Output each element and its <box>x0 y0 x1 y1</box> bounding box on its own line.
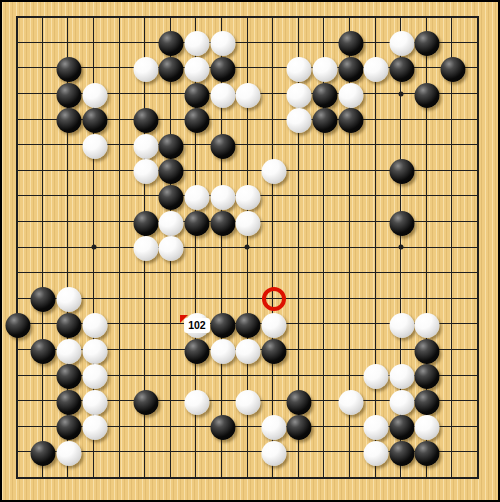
point-17-16[interactable] <box>414 388 440 414</box>
point-5-12[interactable] <box>106 286 132 312</box>
point-8-19[interactable] <box>183 465 209 491</box>
point-5-15[interactable] <box>106 362 132 388</box>
point-10-3[interactable] <box>234 55 260 81</box>
point-11-6[interactable] <box>260 132 286 158</box>
point-10-11[interactable] <box>234 260 260 286</box>
point-3-12[interactable] <box>55 286 81 312</box>
point-16-11[interactable] <box>388 260 414 286</box>
point-6-17[interactable] <box>132 414 158 440</box>
point-12-11[interactable] <box>286 260 312 286</box>
point-1-5[interactable] <box>4 106 30 132</box>
point-12-3[interactable] <box>286 55 312 81</box>
point-8-4[interactable] <box>183 81 209 107</box>
point-6-18[interactable] <box>132 439 158 465</box>
point-8-8[interactable] <box>183 183 209 209</box>
point-4-10[interactable] <box>81 234 107 260</box>
point-18-2[interactable] <box>439 30 465 56</box>
point-13-9[interactable] <box>311 209 337 235</box>
point-15-16[interactable] <box>362 388 388 414</box>
point-16-2[interactable] <box>388 30 414 56</box>
point-8-12[interactable] <box>183 286 209 312</box>
point-7-9[interactable] <box>158 209 184 235</box>
point-10-17[interactable] <box>234 414 260 440</box>
point-10-16[interactable] <box>234 388 260 414</box>
point-7-11[interactable] <box>158 260 184 286</box>
point-4-4[interactable] <box>81 81 107 107</box>
point-7-17[interactable] <box>158 414 184 440</box>
point-10-9[interactable] <box>234 209 260 235</box>
point-14-2[interactable] <box>337 30 363 56</box>
point-2-10[interactable] <box>30 234 56 260</box>
point-15-8[interactable] <box>362 183 388 209</box>
point-14-14[interactable] <box>337 337 363 363</box>
point-9-15[interactable] <box>209 362 235 388</box>
point-19-10[interactable] <box>465 234 491 260</box>
point-11-4[interactable] <box>260 81 286 107</box>
point-6-10[interactable] <box>132 234 158 260</box>
point-17-8[interactable] <box>414 183 440 209</box>
point-13-5[interactable] <box>311 106 337 132</box>
point-18-14[interactable] <box>439 337 465 363</box>
point-14-11[interactable] <box>337 260 363 286</box>
point-10-2[interactable] <box>234 30 260 56</box>
point-2-6[interactable] <box>30 132 56 158</box>
point-7-6[interactable] <box>158 132 184 158</box>
point-12-8[interactable] <box>286 183 312 209</box>
point-5-7[interactable] <box>106 158 132 184</box>
point-4-2[interactable] <box>81 30 107 56</box>
point-8-17[interactable] <box>183 414 209 440</box>
point-4-17[interactable] <box>81 414 107 440</box>
point-14-6[interactable] <box>337 132 363 158</box>
point-8-10[interactable] <box>183 234 209 260</box>
point-10-18[interactable] <box>234 439 260 465</box>
point-15-10[interactable] <box>362 234 388 260</box>
point-9-4[interactable] <box>209 81 235 107</box>
point-8-6[interactable] <box>183 132 209 158</box>
point-14-18[interactable] <box>337 439 363 465</box>
point-6-5[interactable] <box>132 106 158 132</box>
point-15-13[interactable] <box>362 311 388 337</box>
point-14-16[interactable] <box>337 388 363 414</box>
point-8-14[interactable] <box>183 337 209 363</box>
point-16-8[interactable] <box>388 183 414 209</box>
point-11-13[interactable] <box>260 311 286 337</box>
point-13-6[interactable] <box>311 132 337 158</box>
point-7-2[interactable] <box>158 30 184 56</box>
point-6-6[interactable] <box>132 132 158 158</box>
point-15-5[interactable] <box>362 106 388 132</box>
point-5-1[interactable] <box>106 4 132 30</box>
point-6-15[interactable] <box>132 362 158 388</box>
point-8-5[interactable] <box>183 106 209 132</box>
point-18-18[interactable] <box>439 439 465 465</box>
point-4-14[interactable] <box>81 337 107 363</box>
point-19-19[interactable] <box>465 465 491 491</box>
point-5-3[interactable] <box>106 55 132 81</box>
point-1-1[interactable] <box>4 4 30 30</box>
point-6-4[interactable] <box>132 81 158 107</box>
point-17-11[interactable] <box>414 260 440 286</box>
point-3-1[interactable] <box>55 4 81 30</box>
point-10-15[interactable] <box>234 362 260 388</box>
point-6-11[interactable] <box>132 260 158 286</box>
point-17-13[interactable] <box>414 311 440 337</box>
point-17-6[interactable] <box>414 132 440 158</box>
point-16-3[interactable] <box>388 55 414 81</box>
point-9-14[interactable] <box>209 337 235 363</box>
point-7-14[interactable] <box>158 337 184 363</box>
point-10-12[interactable] <box>234 286 260 312</box>
point-1-6[interactable] <box>4 132 30 158</box>
point-5-16[interactable] <box>106 388 132 414</box>
point-16-10[interactable] <box>388 234 414 260</box>
point-11-1[interactable] <box>260 4 286 30</box>
point-15-11[interactable] <box>362 260 388 286</box>
point-4-1[interactable] <box>81 4 107 30</box>
point-3-3[interactable] <box>55 55 81 81</box>
point-16-6[interactable] <box>388 132 414 158</box>
point-4-8[interactable] <box>81 183 107 209</box>
point-9-5[interactable] <box>209 106 235 132</box>
point-1-19[interactable] <box>4 465 30 491</box>
point-2-13[interactable] <box>30 311 56 337</box>
point-13-13[interactable] <box>311 311 337 337</box>
point-12-16[interactable] <box>286 388 312 414</box>
point-9-19[interactable] <box>209 465 235 491</box>
point-6-19[interactable] <box>132 465 158 491</box>
point-7-7[interactable] <box>158 158 184 184</box>
point-3-16[interactable] <box>55 388 81 414</box>
point-7-5[interactable] <box>158 106 184 132</box>
point-5-13[interactable] <box>106 311 132 337</box>
point-12-2[interactable] <box>286 30 312 56</box>
point-16-5[interactable] <box>388 106 414 132</box>
point-9-16[interactable] <box>209 388 235 414</box>
point-5-4[interactable] <box>106 81 132 107</box>
point-17-2[interactable] <box>414 30 440 56</box>
point-17-9[interactable] <box>414 209 440 235</box>
point-12-14[interactable] <box>286 337 312 363</box>
point-3-5[interactable] <box>55 106 81 132</box>
point-7-15[interactable] <box>158 362 184 388</box>
point-9-18[interactable] <box>209 439 235 465</box>
point-14-3[interactable] <box>337 55 363 81</box>
point-19-13[interactable] <box>465 311 491 337</box>
point-12-15[interactable] <box>286 362 312 388</box>
point-3-17[interactable] <box>55 414 81 440</box>
point-17-18[interactable] <box>414 439 440 465</box>
point-5-5[interactable] <box>106 106 132 132</box>
point-8-13[interactable]: 102 <box>183 311 209 337</box>
point-11-2[interactable] <box>260 30 286 56</box>
point-18-16[interactable] <box>439 388 465 414</box>
point-13-4[interactable] <box>311 81 337 107</box>
point-10-8[interactable] <box>234 183 260 209</box>
point-4-6[interactable] <box>81 132 107 158</box>
point-15-14[interactable] <box>362 337 388 363</box>
point-16-9[interactable] <box>388 209 414 235</box>
point-7-18[interactable] <box>158 439 184 465</box>
point-3-7[interactable] <box>55 158 81 184</box>
point-15-18[interactable] <box>362 439 388 465</box>
point-19-9[interactable] <box>465 209 491 235</box>
point-1-2[interactable] <box>4 30 30 56</box>
point-10-14[interactable] <box>234 337 260 363</box>
point-9-11[interactable] <box>209 260 235 286</box>
point-1-18[interactable] <box>4 439 30 465</box>
point-9-1[interactable] <box>209 4 235 30</box>
point-12-1[interactable] <box>286 4 312 30</box>
point-8-16[interactable] <box>183 388 209 414</box>
point-11-17[interactable] <box>260 414 286 440</box>
point-19-8[interactable] <box>465 183 491 209</box>
point-18-12[interactable] <box>439 286 465 312</box>
point-2-16[interactable] <box>30 388 56 414</box>
point-1-16[interactable] <box>4 388 30 414</box>
point-7-16[interactable] <box>158 388 184 414</box>
point-15-2[interactable] <box>362 30 388 56</box>
point-11-9[interactable] <box>260 209 286 235</box>
point-2-15[interactable] <box>30 362 56 388</box>
point-2-18[interactable] <box>30 439 56 465</box>
point-4-18[interactable] <box>81 439 107 465</box>
point-18-15[interactable] <box>439 362 465 388</box>
point-1-10[interactable] <box>4 234 30 260</box>
point-15-9[interactable] <box>362 209 388 235</box>
point-18-4[interactable] <box>439 81 465 107</box>
point-14-8[interactable] <box>337 183 363 209</box>
point-11-14[interactable] <box>260 337 286 363</box>
point-12-5[interactable] <box>286 106 312 132</box>
point-6-3[interactable] <box>132 55 158 81</box>
point-12-19[interactable] <box>286 465 312 491</box>
point-19-11[interactable] <box>465 260 491 286</box>
point-14-12[interactable] <box>337 286 363 312</box>
point-3-13[interactable] <box>55 311 81 337</box>
point-14-17[interactable] <box>337 414 363 440</box>
point-15-19[interactable] <box>362 465 388 491</box>
point-18-19[interactable] <box>439 465 465 491</box>
point-3-18[interactable] <box>55 439 81 465</box>
point-5-9[interactable] <box>106 209 132 235</box>
point-11-5[interactable] <box>260 106 286 132</box>
point-8-3[interactable] <box>183 55 209 81</box>
point-17-10[interactable] <box>414 234 440 260</box>
point-19-1[interactable] <box>465 4 491 30</box>
point-6-16[interactable] <box>132 388 158 414</box>
point-11-18[interactable] <box>260 439 286 465</box>
point-13-1[interactable] <box>311 4 337 30</box>
point-12-7[interactable] <box>286 158 312 184</box>
point-7-19[interactable] <box>158 465 184 491</box>
point-5-18[interactable] <box>106 439 132 465</box>
point-17-4[interactable] <box>414 81 440 107</box>
point-11-16[interactable] <box>260 388 286 414</box>
point-18-10[interactable] <box>439 234 465 260</box>
point-13-11[interactable] <box>311 260 337 286</box>
point-13-16[interactable] <box>311 388 337 414</box>
point-16-1[interactable] <box>388 4 414 30</box>
point-17-5[interactable] <box>414 106 440 132</box>
point-16-19[interactable] <box>388 465 414 491</box>
point-6-1[interactable] <box>132 4 158 30</box>
point-5-14[interactable] <box>106 337 132 363</box>
point-13-8[interactable] <box>311 183 337 209</box>
point-1-8[interactable] <box>4 183 30 209</box>
point-8-9[interactable] <box>183 209 209 235</box>
point-15-6[interactable] <box>362 132 388 158</box>
point-6-12[interactable] <box>132 286 158 312</box>
point-6-7[interactable] <box>132 158 158 184</box>
point-3-8[interactable] <box>55 183 81 209</box>
point-15-3[interactable] <box>362 55 388 81</box>
point-15-15[interactable] <box>362 362 388 388</box>
point-19-18[interactable] <box>465 439 491 465</box>
point-13-18[interactable] <box>311 439 337 465</box>
point-11-10[interactable] <box>260 234 286 260</box>
point-17-1[interactable] <box>414 4 440 30</box>
point-14-1[interactable] <box>337 4 363 30</box>
point-4-9[interactable] <box>81 209 107 235</box>
point-2-7[interactable] <box>30 158 56 184</box>
point-4-19[interactable] <box>81 465 107 491</box>
point-10-19[interactable] <box>234 465 260 491</box>
point-12-17[interactable] <box>286 414 312 440</box>
point-18-6[interactable] <box>439 132 465 158</box>
point-2-17[interactable] <box>30 414 56 440</box>
point-17-7[interactable] <box>414 158 440 184</box>
point-7-8[interactable] <box>158 183 184 209</box>
point-12-10[interactable] <box>286 234 312 260</box>
point-19-17[interactable] <box>465 414 491 440</box>
point-5-19[interactable] <box>106 465 132 491</box>
point-16-15[interactable] <box>388 362 414 388</box>
point-16-7[interactable] <box>388 158 414 184</box>
point-4-12[interactable] <box>81 286 107 312</box>
point-5-6[interactable] <box>106 132 132 158</box>
point-8-11[interactable] <box>183 260 209 286</box>
point-3-9[interactable] <box>55 209 81 235</box>
point-14-15[interactable] <box>337 362 363 388</box>
point-11-7[interactable] <box>260 158 286 184</box>
point-18-1[interactable] <box>439 4 465 30</box>
point-18-13[interactable] <box>439 311 465 337</box>
point-4-7[interactable] <box>81 158 107 184</box>
point-10-7[interactable] <box>234 158 260 184</box>
point-17-15[interactable] <box>414 362 440 388</box>
point-4-3[interactable] <box>81 55 107 81</box>
point-2-14[interactable] <box>30 337 56 363</box>
point-14-4[interactable] <box>337 81 363 107</box>
point-2-5[interactable] <box>30 106 56 132</box>
point-6-14[interactable] <box>132 337 158 363</box>
point-14-5[interactable] <box>337 106 363 132</box>
point-17-3[interactable] <box>414 55 440 81</box>
point-4-15[interactable] <box>81 362 107 388</box>
point-19-7[interactable] <box>465 158 491 184</box>
point-11-11[interactable] <box>260 260 286 286</box>
point-9-2[interactable] <box>209 30 235 56</box>
point-16-4[interactable] <box>388 81 414 107</box>
point-5-11[interactable] <box>106 260 132 286</box>
point-12-9[interactable] <box>286 209 312 235</box>
point-18-11[interactable] <box>439 260 465 286</box>
point-2-19[interactable] <box>30 465 56 491</box>
point-14-19[interactable] <box>337 465 363 491</box>
point-1-11[interactable] <box>4 260 30 286</box>
point-18-5[interactable] <box>439 106 465 132</box>
point-16-14[interactable] <box>388 337 414 363</box>
point-18-3[interactable] <box>439 55 465 81</box>
point-13-17[interactable] <box>311 414 337 440</box>
point-18-8[interactable] <box>439 183 465 209</box>
point-15-1[interactable] <box>362 4 388 30</box>
point-14-13[interactable] <box>337 311 363 337</box>
point-19-3[interactable] <box>465 55 491 81</box>
point-17-12[interactable] <box>414 286 440 312</box>
point-15-7[interactable] <box>362 158 388 184</box>
point-13-12[interactable] <box>311 286 337 312</box>
point-14-10[interactable] <box>337 234 363 260</box>
point-2-12[interactable] <box>30 286 56 312</box>
point-16-12[interactable] <box>388 286 414 312</box>
point-2-1[interactable] <box>30 4 56 30</box>
point-8-15[interactable] <box>183 362 209 388</box>
point-7-1[interactable] <box>158 4 184 30</box>
point-2-9[interactable] <box>30 209 56 235</box>
point-14-7[interactable] <box>337 158 363 184</box>
point-15-4[interactable] <box>362 81 388 107</box>
point-8-18[interactable] <box>183 439 209 465</box>
point-17-14[interactable] <box>414 337 440 363</box>
point-9-3[interactable] <box>209 55 235 81</box>
point-3-11[interactable] <box>55 260 81 286</box>
point-12-18[interactable] <box>286 439 312 465</box>
point-13-19[interactable] <box>311 465 337 491</box>
point-2-8[interactable] <box>30 183 56 209</box>
point-1-15[interactable] <box>4 362 30 388</box>
point-8-7[interactable] <box>183 158 209 184</box>
point-12-13[interactable] <box>286 311 312 337</box>
point-7-12[interactable] <box>158 286 184 312</box>
point-13-7[interactable] <box>311 158 337 184</box>
point-9-9[interactable] <box>209 209 235 235</box>
point-11-15[interactable] <box>260 362 286 388</box>
point-19-6[interactable] <box>465 132 491 158</box>
point-2-4[interactable] <box>30 81 56 107</box>
point-17-19[interactable] <box>414 465 440 491</box>
point-3-4[interactable] <box>55 81 81 107</box>
point-1-17[interactable] <box>4 414 30 440</box>
point-3-10[interactable] <box>55 234 81 260</box>
point-6-9[interactable] <box>132 209 158 235</box>
point-15-12[interactable] <box>362 286 388 312</box>
point-4-13[interactable] <box>81 311 107 337</box>
point-9-7[interactable] <box>209 158 235 184</box>
point-6-8[interactable] <box>132 183 158 209</box>
point-11-12[interactable] <box>260 286 286 312</box>
point-5-10[interactable] <box>106 234 132 260</box>
point-10-5[interactable] <box>234 106 260 132</box>
point-10-6[interactable] <box>234 132 260 158</box>
point-4-5[interactable] <box>81 106 107 132</box>
point-15-17[interactable] <box>362 414 388 440</box>
point-9-10[interactable] <box>209 234 235 260</box>
point-4-16[interactable] <box>81 388 107 414</box>
point-2-2[interactable] <box>30 30 56 56</box>
point-7-10[interactable] <box>158 234 184 260</box>
